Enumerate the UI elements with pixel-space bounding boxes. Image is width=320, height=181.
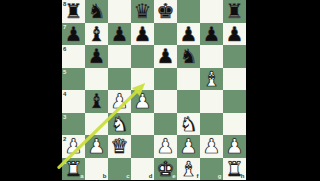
square-b1[interactable]: b	[85, 158, 108, 181]
square-e6[interactable]: ♟	[154, 45, 177, 68]
square-e7[interactable]	[154, 23, 177, 46]
square-e1[interactable]: e♚	[154, 158, 177, 181]
black-king-e8[interactable]: ♚	[154, 0, 177, 23]
square-a2[interactable]: 2♟	[62, 135, 85, 158]
square-e2[interactable]: ♟	[154, 135, 177, 158]
square-f6[interactable]: ♞	[177, 45, 200, 68]
file-label-g: g	[218, 173, 222, 179]
white-bishop-g5[interactable]: ♝	[200, 68, 223, 91]
square-h5[interactable]	[223, 68, 246, 91]
square-d7[interactable]: ♟	[131, 23, 154, 46]
square-c5[interactable]	[108, 68, 131, 91]
square-c4[interactable]: ♟	[108, 90, 131, 113]
square-b8[interactable]: ♞	[85, 0, 108, 23]
rank-label-4: 4	[63, 91, 66, 97]
square-g8[interactable]	[200, 0, 223, 23]
black-pawn-e6[interactable]: ♟	[154, 45, 177, 68]
white-knight-c3[interactable]: ♞	[108, 113, 131, 136]
square-g3[interactable]	[200, 113, 223, 136]
square-e5[interactable]	[154, 68, 177, 91]
square-g2[interactable]: ♟	[200, 135, 223, 158]
file-label-b: b	[103, 173, 107, 179]
square-e8[interactable]: ♚	[154, 0, 177, 23]
square-b5[interactable]	[85, 68, 108, 91]
letterbox-right	[246, 0, 320, 180]
square-g4[interactable]	[200, 90, 223, 113]
square-e3[interactable]	[154, 113, 177, 136]
square-g1[interactable]: g	[200, 158, 223, 181]
white-rook-h1[interactable]: ♜	[223, 158, 246, 181]
white-queen-c2[interactable]: ♛	[108, 135, 131, 158]
white-pawn-c4[interactable]: ♟	[108, 90, 131, 113]
black-pawn-g7[interactable]: ♟	[200, 23, 223, 46]
chess-board: 8♜♞♛♚♜7♟♝♟♟♟♟♟6♟♟♞5♝4♝♟♟3♞♞2♟♟♛♟♟♟♟1a♜bc…	[62, 0, 246, 180]
white-pawn-d4[interactable]: ♟	[131, 90, 154, 113]
file-label-c: c	[126, 173, 129, 179]
square-f4[interactable]	[177, 90, 200, 113]
black-bishop-b7[interactable]: ♝	[85, 23, 108, 46]
square-h2[interactable]: ♟	[223, 135, 246, 158]
square-c1[interactable]: c	[108, 158, 131, 181]
rank-label-3: 3	[63, 114, 66, 120]
square-b2[interactable]: ♟	[85, 135, 108, 158]
white-pawn-b2[interactable]: ♟	[85, 135, 108, 158]
square-d3[interactable]	[131, 113, 154, 136]
square-e4[interactable]	[154, 90, 177, 113]
square-g5[interactable]: ♝	[200, 68, 223, 91]
square-d4[interactable]: ♟	[131, 90, 154, 113]
square-h7[interactable]: ♟	[223, 23, 246, 46]
square-a8[interactable]: 8♜	[62, 0, 85, 23]
square-a7[interactable]: 7♟	[62, 23, 85, 46]
black-pawn-b6[interactable]: ♟	[85, 45, 108, 68]
square-f8[interactable]	[177, 0, 200, 23]
square-c6[interactable]	[108, 45, 131, 68]
rank-label-5: 5	[63, 69, 66, 75]
square-d1[interactable]: d	[131, 158, 154, 181]
square-b7[interactable]: ♝	[85, 23, 108, 46]
square-c7[interactable]: ♟	[108, 23, 131, 46]
video-frame: 8♜♞♛♚♜7♟♝♟♟♟♟♟6♟♟♞5♝4♝♟♟3♞♞2♟♟♛♟♟♟♟1a♜bc…	[0, 0, 320, 180]
white-pawn-g2[interactable]: ♟	[200, 135, 223, 158]
square-d2[interactable]	[131, 135, 154, 158]
square-f2[interactable]: ♟	[177, 135, 200, 158]
white-king-e1[interactable]: ♚	[154, 158, 177, 181]
square-f7[interactable]: ♟	[177, 23, 200, 46]
square-a1[interactable]: 1a♜	[62, 158, 85, 181]
square-g7[interactable]: ♟	[200, 23, 223, 46]
square-b6[interactable]: ♟	[85, 45, 108, 68]
file-label-d: d	[149, 173, 153, 179]
white-pawn-a2[interactable]: ♟	[62, 135, 85, 158]
square-h6[interactable]	[223, 45, 246, 68]
black-pawn-d7[interactable]: ♟	[131, 23, 154, 46]
black-knight-f6[interactable]: ♞	[177, 45, 200, 68]
square-a5[interactable]: 5	[62, 68, 85, 91]
square-h1[interactable]: h♜	[223, 158, 246, 181]
square-a4[interactable]: 4	[62, 90, 85, 113]
black-rook-a8[interactable]: ♜	[62, 0, 85, 23]
white-pawn-h2[interactable]: ♟	[223, 135, 246, 158]
white-rook-a1[interactable]: ♜	[62, 158, 85, 181]
black-pawn-f7[interactable]: ♟	[177, 23, 200, 46]
square-h8[interactable]: ♜	[223, 0, 246, 23]
rank-label-6: 6	[63, 46, 66, 52]
square-g6[interactable]	[200, 45, 223, 68]
square-f5[interactable]	[177, 68, 200, 91]
square-d8[interactable]: ♛	[131, 0, 154, 23]
square-c3[interactable]: ♞	[108, 113, 131, 136]
black-knight-b8[interactable]: ♞	[85, 0, 108, 23]
square-h3[interactable]	[223, 113, 246, 136]
black-pawn-h7[interactable]: ♟	[223, 23, 246, 46]
square-h4[interactable]	[223, 90, 246, 113]
square-d6[interactable]	[131, 45, 154, 68]
square-a3[interactable]: 3	[62, 113, 85, 136]
black-pawn-a7[interactable]: ♟	[62, 23, 85, 46]
white-pawn-f2[interactable]: ♟	[177, 135, 200, 158]
black-queen-d8[interactable]: ♛	[131, 0, 154, 23]
square-f3[interactable]: ♞	[177, 113, 200, 136]
white-knight-f3[interactable]: ♞	[177, 113, 200, 136]
white-bishop-f1[interactable]: ♝	[177, 158, 200, 181]
letterbox-left	[0, 0, 62, 180]
square-d5[interactable]	[131, 68, 154, 91]
white-pawn-e2[interactable]: ♟	[154, 135, 177, 158]
square-c2[interactable]: ♛	[108, 135, 131, 158]
square-f1[interactable]: f♝	[177, 158, 200, 181]
square-a6[interactable]: 6	[62, 45, 85, 68]
square-b4[interactable]: ♝	[85, 90, 108, 113]
square-c8[interactable]	[108, 0, 131, 23]
square-b3[interactable]	[85, 113, 108, 136]
black-rook-h8[interactable]: ♜	[223, 0, 246, 23]
black-pawn-c7[interactable]: ♟	[108, 23, 131, 46]
black-bishop-b4[interactable]: ♝	[85, 90, 108, 113]
